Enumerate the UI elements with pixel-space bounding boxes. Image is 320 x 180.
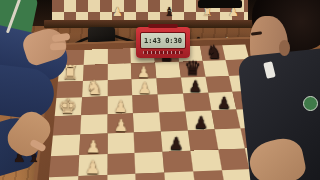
clock-right-time: 0:30 (165, 37, 182, 45)
square: ♟ (132, 78, 158, 96)
clock-lcd-display: 1:43 0:30 (140, 32, 186, 49)
square (183, 93, 211, 112)
square (107, 152, 136, 175)
square: ♚ (55, 97, 82, 116)
square (211, 109, 241, 129)
square: ♛ (179, 61, 205, 77)
piece-bP: ♟ (193, 114, 208, 131)
square (136, 173, 167, 180)
background-piece-bB: ♝ (164, 6, 175, 18)
square (202, 60, 229, 76)
photo-scene: ♟♝♜♟ ♝♟♝♟♜♟ 1:43 0:30 ♟♞♜♟♛♞♟♟♚♟♟♚♟♟♟♟♟ … (0, 0, 320, 180)
piece-wK: ♚ (59, 96, 78, 117)
square: ♞ (82, 80, 107, 98)
piece-wN: ♞ (86, 78, 104, 98)
square (193, 171, 225, 180)
square: ♟ (79, 133, 107, 154)
square: ♟ (208, 92, 237, 110)
square: ♟ (107, 96, 133, 115)
square (107, 132, 135, 153)
square (135, 151, 165, 174)
dgt-chess-clock: 1:43 0:30 (136, 27, 190, 58)
square (188, 129, 218, 150)
square (49, 155, 79, 178)
right-player-badge (303, 96, 318, 111)
square (190, 149, 221, 172)
square (162, 150, 192, 173)
square (159, 111, 187, 131)
square (107, 174, 137, 180)
piece-bP: ♟ (188, 78, 202, 94)
piece-bN: ♞ (205, 42, 222, 61)
square: ♟ (107, 113, 134, 133)
clock-rocker-lever (148, 24, 178, 28)
square (83, 49, 107, 65)
square (81, 96, 107, 115)
square: ♟ (185, 110, 214, 130)
square: ♟ (181, 76, 208, 93)
square (47, 176, 78, 180)
square (53, 115, 81, 135)
square (155, 62, 181, 78)
square (158, 94, 185, 113)
square (107, 48, 131, 64)
square (51, 134, 80, 155)
clock-left-time: 1:43 (144, 37, 161, 45)
piece-bQ: ♛ (184, 58, 202, 78)
square (80, 114, 107, 134)
square (134, 131, 163, 152)
piece-bP: ♟ (168, 134, 184, 151)
background-piece-wP: ♟ (112, 6, 123, 18)
square (164, 172, 196, 180)
square (132, 95, 159, 114)
piece-wP: ♟ (113, 98, 128, 114)
piece-wP: ♟ (137, 64, 151, 79)
square: ♞ (200, 45, 226, 60)
clock-brand-strip (143, 51, 183, 54)
piece-wP: ♟ (85, 137, 101, 154)
right-player-ear (279, 40, 290, 56)
piece-wP: ♟ (113, 117, 128, 134)
square (133, 112, 161, 132)
square (107, 63, 132, 80)
square: ♟ (131, 62, 156, 79)
square (107, 79, 132, 97)
piece-wP: ♟ (138, 80, 152, 96)
background-clock (198, 0, 242, 8)
piece-wP: ♟ (84, 158, 100, 176)
piece-bP: ♟ (216, 95, 230, 111)
square (77, 175, 107, 180)
left-player-finger (50, 42, 66, 50)
square (156, 77, 183, 94)
square: ♟ (161, 130, 190, 151)
square: ♟ (78, 153, 107, 176)
square (205, 75, 233, 92)
